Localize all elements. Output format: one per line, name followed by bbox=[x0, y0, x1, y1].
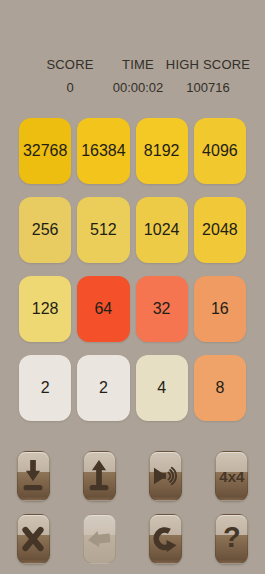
tile: 8192 bbox=[136, 118, 188, 184]
high-score-label: HIGH SCORE bbox=[153, 57, 263, 72]
speaker-icon bbox=[153, 464, 178, 488]
undo-arrow-icon bbox=[87, 528, 112, 550]
tile: 8 bbox=[194, 355, 246, 421]
toolbar-row-2: ? bbox=[0, 514, 265, 564]
tile: 128 bbox=[19, 276, 71, 342]
tile: 2 bbox=[19, 355, 71, 421]
board-grid[interactable]: 32768 16384 8192 4096 256 512 1024 2048 … bbox=[19, 118, 246, 421]
grid-size-label: 4x4 bbox=[219, 468, 244, 485]
tile: 32768 bbox=[19, 118, 71, 184]
tile: 2 bbox=[77, 355, 129, 421]
tile: 4096 bbox=[194, 118, 246, 184]
undo-button bbox=[83, 514, 116, 564]
tile: 4 bbox=[136, 355, 188, 421]
tile: 32 bbox=[136, 276, 188, 342]
sound-button[interactable] bbox=[149, 451, 182, 501]
restart-arrow-icon bbox=[152, 524, 179, 554]
tile: 2048 bbox=[194, 197, 246, 263]
toolbar-row-1: 4x4 bbox=[0, 451, 265, 501]
restart-button[interactable] bbox=[149, 514, 182, 564]
tile: 256 bbox=[19, 197, 71, 263]
upload-icon bbox=[88, 458, 110, 494]
close-button[interactable] bbox=[17, 514, 50, 564]
x-icon bbox=[21, 525, 45, 553]
tile: 1024 bbox=[136, 197, 188, 263]
game-screen: SCORE 0 TIME 00:00:02 HIGH SCORE 100716 … bbox=[0, 0, 265, 574]
high-score-block: HIGH SCORE 100716 bbox=[153, 57, 263, 95]
high-score-value: 100716 bbox=[153, 80, 263, 95]
tile: 64 bbox=[77, 276, 129, 342]
download-icon bbox=[22, 458, 44, 494]
tile: 512 bbox=[77, 197, 129, 263]
tile: 16384 bbox=[77, 118, 129, 184]
grid-size-button[interactable]: 4x4 bbox=[215, 451, 248, 501]
tile: 16 bbox=[194, 276, 246, 342]
save-button[interactable] bbox=[17, 451, 50, 501]
help-button[interactable]: ? bbox=[215, 514, 248, 564]
load-button[interactable] bbox=[83, 451, 116, 501]
question-icon: ? bbox=[223, 523, 241, 555]
